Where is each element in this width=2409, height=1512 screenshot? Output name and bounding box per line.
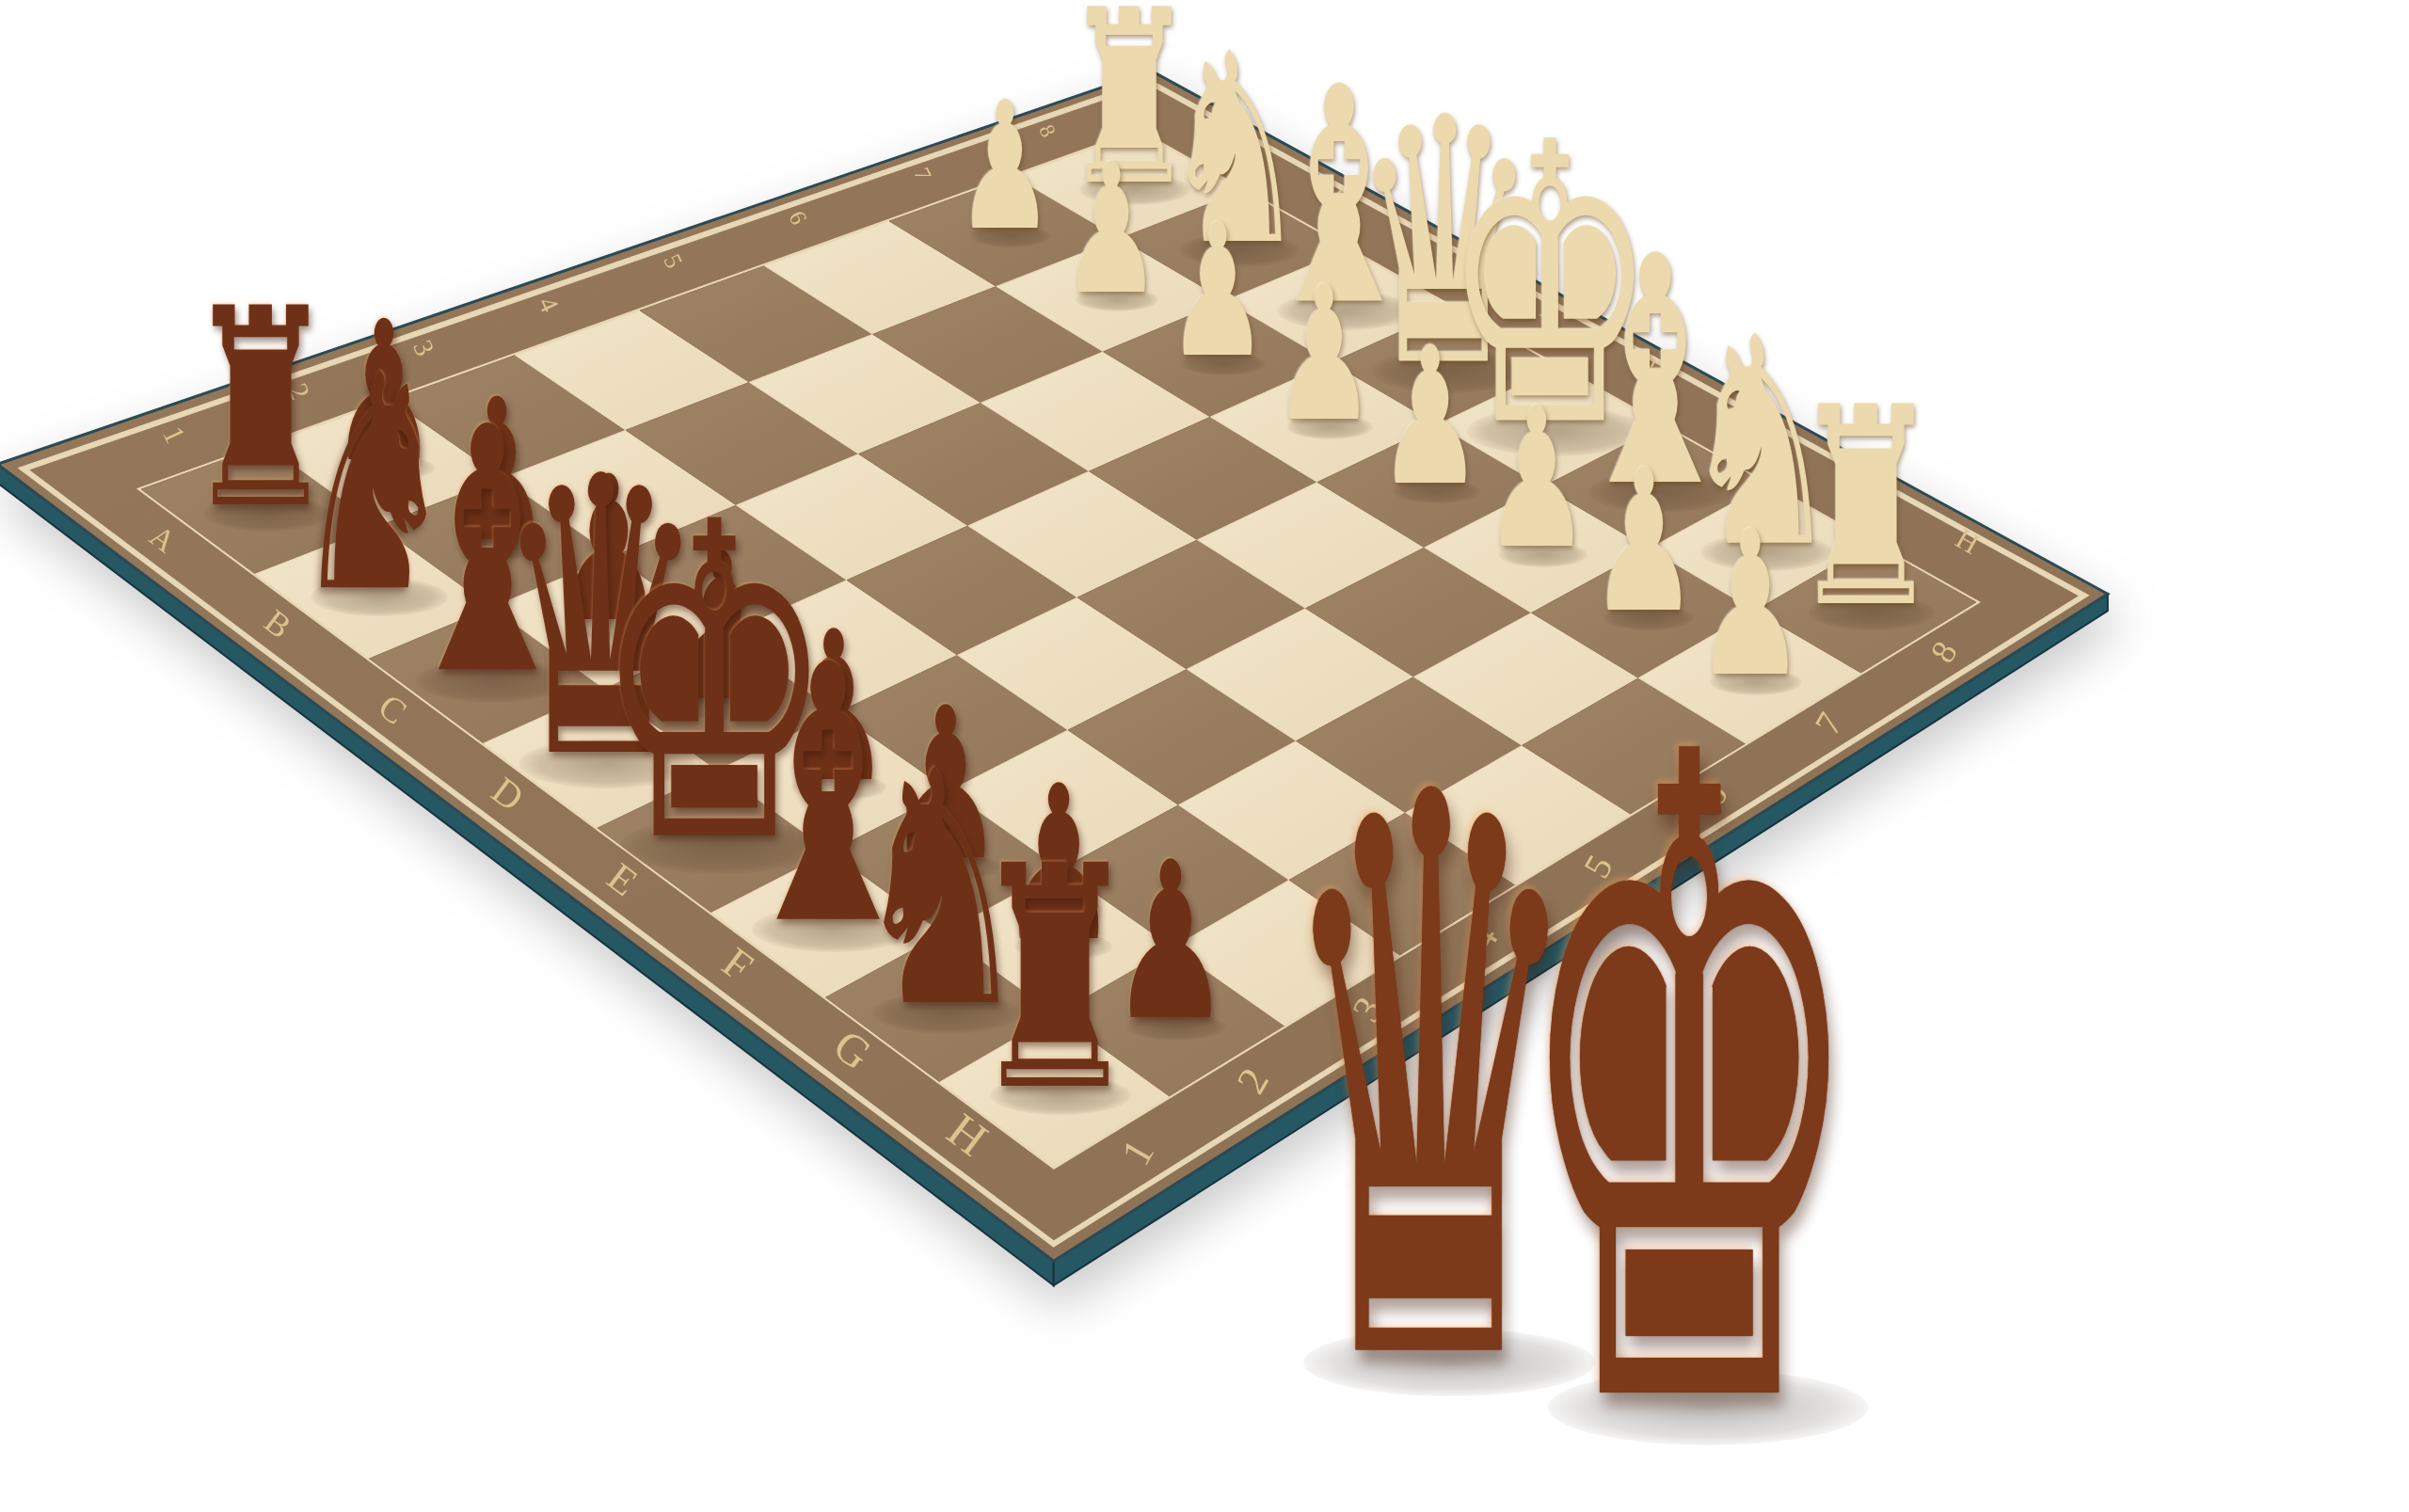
chess-set-photo: AABBCCDDEEFFGGHH1122334455667788 ♜♞♝♛♚♝♞… bbox=[0, 0, 2409, 1512]
dark-rook-h1[interactable]: ♜ bbox=[969, 826, 1140, 1133]
light-pawn-a7[interactable]: ♟ bbox=[956, 78, 1054, 255]
light-pawn-d7[interactable]: ♟ bbox=[1272, 262, 1376, 448]
light-pawn-b7[interactable]: ♟ bbox=[1061, 140, 1161, 320]
light-pawn-e7[interactable]: ♟ bbox=[1378, 322, 1483, 512]
light-pawn-c7[interactable]: ♟ bbox=[1167, 199, 1268, 383]
foreground-king: ♚ bbox=[1510, 645, 1867, 1512]
light-pawn-f7[interactable]: ♟ bbox=[1483, 382, 1591, 576]
